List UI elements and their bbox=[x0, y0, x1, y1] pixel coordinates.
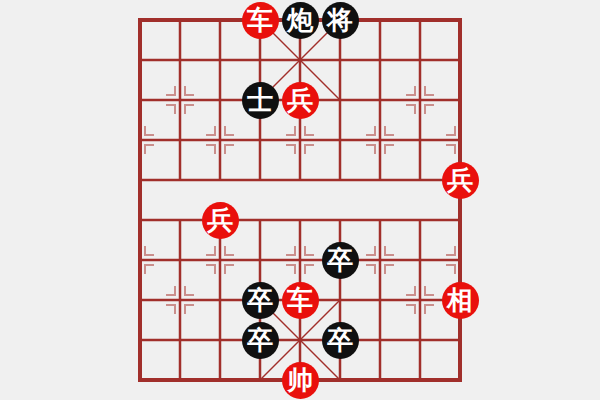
piece-red-soldier[interactable]: 兵 bbox=[282, 82, 319, 119]
piece-black-soldier[interactable]: 卒 bbox=[322, 242, 359, 279]
piece-red-soldier[interactable]: 兵 bbox=[202, 202, 239, 239]
pieces-layer: 车炮将士兵兵兵卒卒车相卒卒帅 bbox=[120, 0, 480, 400]
piece-red-chariot[interactable]: 车 bbox=[242, 2, 279, 39]
piece-black-soldier[interactable]: 卒 bbox=[242, 322, 279, 359]
piece-black-soldier[interactable]: 卒 bbox=[322, 322, 359, 359]
piece-black-advisor[interactable]: 士 bbox=[242, 82, 279, 119]
piece-red-elephant[interactable]: 相 bbox=[442, 282, 479, 319]
piece-red-chariot[interactable]: 车 bbox=[282, 282, 319, 319]
piece-red-general[interactable]: 帅 bbox=[282, 362, 319, 399]
piece-black-soldier[interactable]: 卒 bbox=[242, 282, 279, 319]
piece-black-cannon[interactable]: 炮 bbox=[282, 2, 319, 39]
piece-red-soldier[interactable]: 兵 bbox=[442, 162, 479, 199]
xiangqi-board: 车炮将士兵兵兵卒卒车相卒卒帅 bbox=[0, 0, 600, 400]
piece-black-general[interactable]: 将 bbox=[322, 2, 359, 39]
